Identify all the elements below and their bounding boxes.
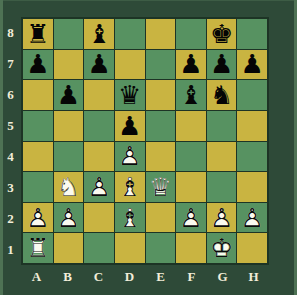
- white-queen[interactable]: ♛♕: [146, 172, 176, 202]
- black-pawn[interactable]: ♟: [115, 111, 145, 141]
- square-d1[interactable]: [115, 233, 145, 263]
- square-c3[interactable]: ♟♙: [84, 172, 114, 202]
- square-g1[interactable]: ♚♔: [207, 233, 237, 263]
- square-e2[interactable]: [146, 203, 176, 233]
- black-pawn[interactable]: ♟: [23, 50, 53, 80]
- white-pawn[interactable]: ♟♙: [237, 203, 267, 233]
- rank-label-5: 5: [0, 110, 21, 141]
- chess-app-window: 8 7 6 5 4 3 2 1 ♜♝♚♟♟♟♟♟♟♛♝♞♟♟♙♞♘♟♙♝♗♛♕♟…: [0, 0, 297, 295]
- square-d7[interactable]: [115, 50, 145, 80]
- black-pawn[interactable]: ♟: [54, 80, 84, 110]
- file-label-g: G: [207, 267, 238, 287]
- chess-board: ♜♝♚♟♟♟♟♟♟♛♝♞♟♟♙♞♘♟♙♝♗♛♕♟♙♟♙♝♗♟♙♟♙♟♙♜♖♚♔: [21, 17, 269, 265]
- square-a3[interactable]: [23, 172, 53, 202]
- file-label-e: E: [145, 267, 176, 287]
- square-f8[interactable]: [176, 19, 206, 49]
- square-b8[interactable]: [54, 19, 84, 49]
- square-a6[interactable]: [23, 80, 53, 110]
- white-pawn[interactable]: ♟♙: [54, 203, 84, 233]
- white-pawn[interactable]: ♟♙: [176, 203, 206, 233]
- window-edge-top: [0, 0, 297, 1]
- square-b1[interactable]: [54, 233, 84, 263]
- square-h4[interactable]: [237, 142, 267, 172]
- black-pawn[interactable]: ♟: [237, 50, 267, 80]
- square-g6[interactable]: ♞: [207, 80, 237, 110]
- file-label-c: C: [83, 267, 114, 287]
- square-c8[interactable]: ♝: [84, 19, 114, 49]
- black-pawn[interactable]: ♟: [176, 50, 206, 80]
- square-a8[interactable]: ♜: [23, 19, 53, 49]
- file-label-a: A: [21, 267, 52, 287]
- black-king[interactable]: ♚: [207, 19, 237, 49]
- square-c6[interactable]: [84, 80, 114, 110]
- white-king[interactable]: ♚♔: [207, 233, 237, 263]
- rank-label-7: 7: [0, 48, 21, 79]
- square-d4[interactable]: ♟♙: [115, 142, 145, 172]
- square-d8[interactable]: [115, 19, 145, 49]
- square-h8[interactable]: [237, 19, 267, 49]
- square-e5[interactable]: [146, 111, 176, 141]
- square-c4[interactable]: [84, 142, 114, 172]
- square-a2[interactable]: ♟♙: [23, 203, 53, 233]
- square-b7[interactable]: [54, 50, 84, 80]
- square-b5[interactable]: [54, 111, 84, 141]
- white-bishop[interactable]: ♝♗: [115, 203, 145, 233]
- rank-label-8: 8: [0, 17, 21, 48]
- square-g8[interactable]: ♚: [207, 19, 237, 49]
- square-f4[interactable]: [176, 142, 206, 172]
- square-f5[interactable]: [176, 111, 206, 141]
- square-g5[interactable]: [207, 111, 237, 141]
- square-e3[interactable]: ♛♕: [146, 172, 176, 202]
- square-b4[interactable]: [54, 142, 84, 172]
- square-h1[interactable]: [237, 233, 267, 263]
- square-h3[interactable]: [237, 172, 267, 202]
- white-rook[interactable]: ♜♖: [23, 233, 53, 263]
- window-edge-right: [294, 0, 297, 295]
- square-b6[interactable]: ♟: [54, 80, 84, 110]
- square-f7[interactable]: ♟: [176, 50, 206, 80]
- file-label-h: H: [238, 267, 269, 287]
- square-d5[interactable]: ♟: [115, 111, 145, 141]
- square-b3[interactable]: ♞♘: [54, 172, 84, 202]
- square-e8[interactable]: [146, 19, 176, 49]
- file-label-d: D: [114, 267, 145, 287]
- file-labels: A B C D E F G H: [21, 267, 269, 287]
- black-queen[interactable]: ♛: [115, 80, 145, 110]
- square-e7[interactable]: [146, 50, 176, 80]
- black-rook[interactable]: ♜: [23, 19, 53, 49]
- square-a5[interactable]: [23, 111, 53, 141]
- rank-label-4: 4: [0, 141, 21, 172]
- square-h5[interactable]: [237, 111, 267, 141]
- black-bishop[interactable]: ♝: [84, 19, 114, 49]
- white-knight[interactable]: ♞♘: [54, 172, 84, 202]
- square-a4[interactable]: [23, 142, 53, 172]
- square-d2[interactable]: ♝♗: [115, 203, 145, 233]
- square-d3[interactable]: ♝♗: [115, 172, 145, 202]
- file-label-f: F: [176, 267, 207, 287]
- square-b2[interactable]: ♟♙: [54, 203, 84, 233]
- white-pawn[interactable]: ♟♙: [115, 142, 145, 172]
- square-h2[interactable]: ♟♙: [237, 203, 267, 233]
- square-g2[interactable]: ♟♙: [207, 203, 237, 233]
- square-a7[interactable]: ♟: [23, 50, 53, 80]
- square-c1[interactable]: [84, 233, 114, 263]
- square-c2[interactable]: [84, 203, 114, 233]
- square-h6[interactable]: [237, 80, 267, 110]
- rank-label-1: 1: [0, 234, 21, 265]
- square-c5[interactable]: [84, 111, 114, 141]
- rank-labels: 8 7 6 5 4 3 2 1: [0, 17, 21, 265]
- file-label-b: B: [52, 267, 83, 287]
- white-bishop[interactable]: ♝♗: [115, 172, 145, 202]
- square-g7[interactable]: ♟: [207, 50, 237, 80]
- square-a1[interactable]: ♜♖: [23, 233, 53, 263]
- square-f3[interactable]: [176, 172, 206, 202]
- rank-label-6: 6: [0, 79, 21, 110]
- square-f2[interactable]: ♟♙: [176, 203, 206, 233]
- white-pawn[interactable]: ♟♙: [207, 203, 237, 233]
- square-e1[interactable]: [146, 233, 176, 263]
- square-e6[interactable]: [146, 80, 176, 110]
- rank-label-2: 2: [0, 203, 21, 234]
- square-d6[interactable]: ♛: [115, 80, 145, 110]
- black-knight[interactable]: ♞: [207, 80, 237, 110]
- white-pawn[interactable]: ♟♙: [84, 172, 114, 202]
- white-pawn[interactable]: ♟♙: [23, 203, 53, 233]
- square-e4[interactable]: [146, 142, 176, 172]
- square-f1[interactable]: [176, 233, 206, 263]
- black-pawn[interactable]: ♟: [207, 50, 237, 80]
- square-h7[interactable]: ♟: [237, 50, 267, 80]
- black-bishop[interactable]: ♝: [176, 80, 206, 110]
- black-pawn[interactable]: ♟: [84, 50, 114, 80]
- square-f6[interactable]: ♝: [176, 80, 206, 110]
- rank-label-3: 3: [0, 172, 21, 203]
- square-c7[interactable]: ♟: [84, 50, 114, 80]
- square-g3[interactable]: [207, 172, 237, 202]
- square-g4[interactable]: [207, 142, 237, 172]
